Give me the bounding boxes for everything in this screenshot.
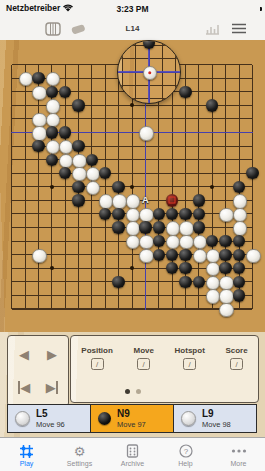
board-surface: A ◀ ▶ ◀ ▶ Position / Move / Hotspot / — [0, 40, 265, 437]
white-stone — [126, 194, 140, 208]
grid-line — [252, 65, 253, 309]
tab-help[interactable]: ? Help — [159, 438, 212, 471]
chart-icon[interactable] — [205, 22, 220, 35]
black-stone — [86, 154, 98, 166]
black-stone — [246, 167, 258, 179]
magnifier-loupe — [117, 40, 181, 104]
black-stone — [32, 140, 44, 152]
white-stone — [206, 249, 220, 263]
toggle-position[interactable]: Position / — [81, 346, 113, 370]
black-stone — [112, 221, 124, 233]
black-stone — [99, 167, 111, 179]
black-stone — [193, 208, 205, 220]
status-bar: Netzbetreiber 3:23 PM — [0, 0, 265, 20]
black-stone — [46, 86, 58, 98]
star-point — [130, 103, 134, 107]
grid-line — [12, 308, 253, 309]
black-stone — [139, 221, 151, 233]
clock: 3:23 PM — [0, 4, 265, 14]
more-icon — [231, 444, 247, 459]
black-stone — [46, 126, 58, 138]
tab-more[interactable]: More — [212, 438, 265, 471]
move-cell-next[interactable]: L9Move 98 — [173, 404, 257, 433]
current-move-stone — [166, 194, 178, 206]
black-stone — [219, 249, 231, 261]
last-move-marker — [169, 197, 176, 204]
white-stone — [206, 262, 220, 276]
black-stone — [233, 181, 245, 193]
black-stone — [112, 181, 124, 193]
app-screen: Netzbetreiber 3:23 PM L14 A ◀ ▶ ◀ — [0, 0, 265, 471]
white-stone — [219, 208, 233, 222]
white-stone — [219, 303, 233, 317]
white-stone — [126, 221, 140, 235]
white-stone — [193, 235, 207, 249]
black-stone — [72, 99, 84, 111]
black-stone — [153, 208, 165, 220]
white-stone — [59, 154, 73, 168]
black-stone — [233, 235, 245, 247]
black-stone — [219, 235, 231, 247]
black-stone — [72, 181, 84, 193]
white-stone — [19, 72, 33, 86]
step-forward-button[interactable]: ▶ — [47, 348, 57, 361]
white-stone — [32, 249, 46, 263]
toggle-score[interactable]: Score / — [225, 346, 247, 370]
move-cell-previous[interactable]: L5Move 96 — [7, 404, 91, 433]
white-stone — [139, 235, 153, 249]
white-stone — [99, 194, 113, 208]
black-stone — [179, 262, 191, 274]
goban[interactable]: A — [0, 40, 265, 332]
move-bar: L5Move 96 N9Move 97 L9Move 98 — [7, 404, 257, 433]
page-dots[interactable] — [0, 389, 265, 394]
black-stone — [233, 262, 245, 274]
white-stone — [59, 140, 73, 154]
black-stone — [153, 235, 165, 247]
black-stone — [206, 235, 218, 247]
black-stone — [166, 249, 178, 261]
black-stone — [193, 194, 205, 206]
white-stone — [206, 276, 220, 290]
white-stone — [179, 235, 193, 249]
white-stone-icon — [181, 411, 196, 426]
black-stone — [233, 249, 245, 261]
white-stone — [139, 249, 153, 263]
black-stone — [179, 86, 191, 98]
white-stone — [206, 289, 220, 303]
checkbox-slash-icon[interactable]: / — [230, 358, 243, 370]
toolbar: L14 — [0, 20, 265, 40]
white-stone — [193, 249, 207, 263]
white-stone — [32, 113, 46, 127]
star-point — [130, 185, 134, 189]
black-stone — [193, 276, 205, 288]
white-stone — [126, 235, 140, 249]
tab-bar: Play ⚙ Settings Archive ? Help More — [0, 437, 265, 471]
star-point — [210, 185, 214, 189]
white-stone — [46, 140, 60, 154]
magnifier-black-stone — [143, 40, 155, 49]
menu-icon[interactable] — [231, 22, 247, 35]
white-stone — [233, 208, 247, 222]
black-stone — [46, 154, 58, 166]
black-stone — [112, 208, 124, 220]
playback-panel: ◀ ▶ ◀ ▶ — [7, 335, 69, 407]
white-stone — [46, 113, 60, 127]
magnifier-white-stone — [143, 66, 157, 80]
black-stone — [179, 249, 191, 261]
tab-archive[interactable]: Archive — [106, 438, 159, 471]
white-stone — [233, 194, 247, 208]
white-stone — [86, 181, 100, 195]
white-stone — [46, 99, 60, 113]
black-stone — [32, 72, 44, 84]
touched-coordinate-label: L14 — [0, 24, 265, 33]
white-stone — [166, 221, 180, 235]
black-stone — [179, 208, 191, 220]
white-stone — [233, 221, 247, 235]
black-stone — [59, 86, 71, 98]
black-stone — [166, 262, 178, 274]
white-stone — [139, 208, 153, 222]
toggle-hotspot[interactable]: Hotspot / — [175, 346, 205, 370]
checkbox-slash-icon[interactable]: / — [183, 358, 196, 370]
white-stone — [139, 126, 153, 140]
checkbox-slash-icon[interactable]: / — [137, 358, 150, 370]
black-stone — [153, 249, 165, 261]
gear-icon: ⚙ — [74, 444, 86, 459]
move-cell-current[interactable]: N9Move 97 — [90, 404, 174, 433]
tab-play[interactable]: Play — [0, 438, 53, 471]
archive-icon — [126, 444, 139, 459]
black-stone — [72, 140, 84, 152]
white-stone — [166, 235, 180, 249]
star-point — [130, 266, 134, 270]
white-stone — [86, 167, 100, 181]
black-stone — [59, 167, 71, 179]
next-move-label: A — [142, 194, 149, 205]
checkbox-slash-icon[interactable]: / — [91, 358, 104, 370]
red-dot-marker — [148, 71, 152, 75]
white-stone — [126, 208, 140, 222]
black-stone — [112, 276, 124, 288]
tab-settings[interactable]: ⚙ Settings — [53, 438, 106, 471]
svg-text:?: ? — [183, 447, 188, 456]
star-point — [50, 266, 54, 270]
white-stone — [219, 276, 233, 290]
white-stone — [72, 154, 86, 168]
white-stone-icon — [15, 411, 30, 426]
black-stone — [193, 221, 205, 233]
black-stone — [59, 126, 71, 138]
black-stone — [99, 208, 111, 220]
black-stone — [72, 194, 84, 206]
black-stone — [233, 276, 245, 288]
white-stone — [112, 194, 126, 208]
toggle-move[interactable]: Move / — [134, 346, 154, 370]
white-stone — [179, 221, 193, 235]
black-stone — [219, 262, 231, 274]
black-stone — [233, 289, 245, 301]
white-stone — [72, 167, 86, 181]
black-stone — [153, 221, 165, 233]
black-stone — [179, 276, 191, 288]
white-stone — [246, 249, 260, 263]
black-stone — [166, 208, 178, 220]
white-stone — [219, 289, 233, 303]
goban-tab-icon — [19, 444, 34, 459]
step-back-button[interactable]: ◀ — [19, 348, 29, 361]
grid-line — [198, 65, 199, 309]
star-point — [50, 185, 54, 189]
black-stone — [206, 99, 218, 111]
white-stone — [32, 86, 46, 100]
white-stone — [46, 72, 60, 86]
help-icon: ? — [179, 444, 193, 459]
white-stone — [32, 126, 46, 140]
black-stone-icon — [98, 412, 111, 425]
